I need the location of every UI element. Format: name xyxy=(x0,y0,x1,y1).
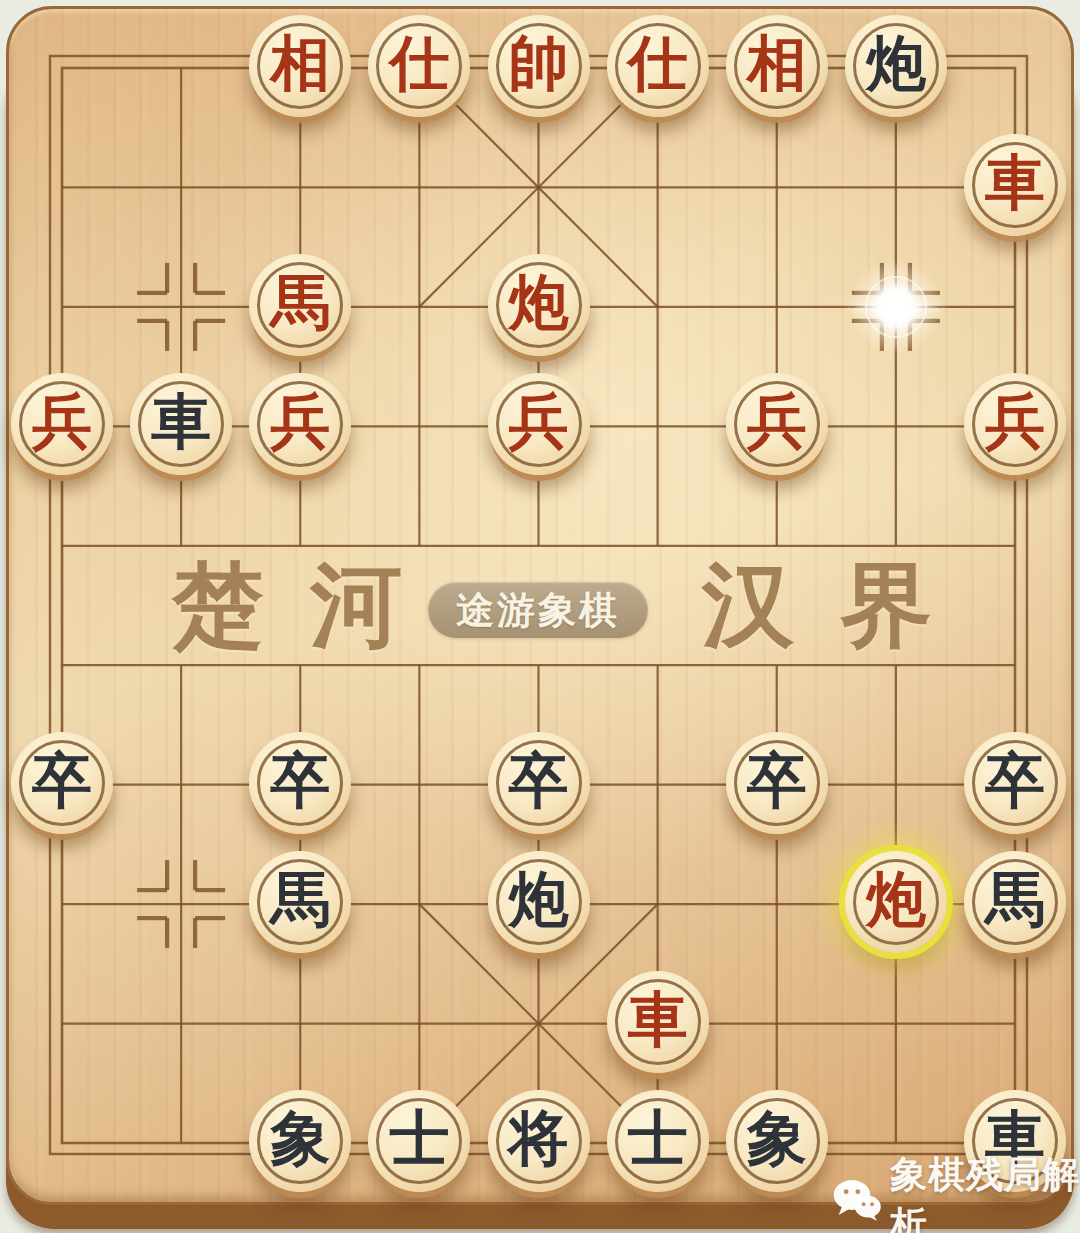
piece-glyph: 相 xyxy=(747,34,807,94)
piece-glyph: 相 xyxy=(270,34,330,94)
piece-glyph: 卒 xyxy=(985,751,1045,811)
piece-black-馬[interactable]: 馬 xyxy=(249,851,351,953)
piece-glyph: 馬 xyxy=(270,870,330,930)
piece-glyph: 象 xyxy=(270,1109,330,1169)
piece-red-兵[interactable]: 兵 xyxy=(11,373,113,475)
app-logo-text: 途游象棋 xyxy=(456,585,620,636)
piece-red-相[interactable]: 相 xyxy=(249,15,351,117)
piece-black-馬[interactable]: 馬 xyxy=(964,851,1066,953)
piece-red-帥[interactable]: 帥 xyxy=(488,15,590,117)
piece-glyph: 炮 xyxy=(866,870,926,930)
piece-glyph: 炮 xyxy=(509,273,569,333)
piece-red-炮[interactable]: 炮 xyxy=(488,254,590,356)
piece-black-士[interactable]: 士 xyxy=(368,1090,470,1192)
piece-black-卒[interactable]: 卒 xyxy=(11,732,113,834)
piece-glyph: 士 xyxy=(628,1109,688,1169)
piece-glyph: 卒 xyxy=(509,751,569,811)
piece-glyph: 卒 xyxy=(747,751,807,811)
piece-black-卒[interactable]: 卒 xyxy=(964,732,1066,834)
piece-glyph: 炮 xyxy=(509,870,569,930)
piece-red-兵[interactable]: 兵 xyxy=(249,373,351,475)
piece-black-将[interactable]: 将 xyxy=(488,1090,590,1192)
piece-red-仕[interactable]: 仕 xyxy=(368,15,470,117)
piece-glyph: 炮 xyxy=(866,34,926,94)
piece-glyph: 兵 xyxy=(270,392,330,452)
piece-glyph: 馬 xyxy=(985,870,1045,930)
piece-glyph: 象 xyxy=(747,1109,807,1169)
piece-glyph: 馬 xyxy=(270,273,330,333)
watermark-text: 象棋残局解析 xyxy=(890,1150,1080,1233)
piece-red-炮[interactable]: 炮 xyxy=(845,851,947,953)
piece-black-卒[interactable]: 卒 xyxy=(249,732,351,834)
wechat-icon xyxy=(832,1174,882,1226)
piece-black-車[interactable]: 車 xyxy=(130,373,232,475)
piece-glyph: 兵 xyxy=(509,392,569,452)
piece-black-卒[interactable]: 卒 xyxy=(488,732,590,834)
river-label-han-jie: 汉界 xyxy=(702,560,978,652)
piece-glyph: 車 xyxy=(151,392,211,452)
piece-glyph: 兵 xyxy=(985,392,1045,452)
piece-glyph: 卒 xyxy=(32,751,92,811)
piece-glyph: 兵 xyxy=(747,392,807,452)
piece-red-車[interactable]: 車 xyxy=(964,134,1066,236)
piece-glyph: 帥 xyxy=(509,34,569,94)
piece-black-象[interactable]: 象 xyxy=(726,1090,828,1192)
piece-glyph: 仕 xyxy=(389,34,449,94)
piece-black-炮[interactable]: 炮 xyxy=(845,15,947,117)
piece-glyph: 車 xyxy=(985,153,1045,213)
piece-black-炮[interactable]: 炮 xyxy=(488,851,590,953)
piece-red-馬[interactable]: 馬 xyxy=(249,254,351,356)
piece-glyph: 卒 xyxy=(270,751,330,811)
piece-glyph: 車 xyxy=(628,990,688,1050)
xiangqi-game-screen: 楚河 途游象棋 汉界 相仕帥仕相炮車馬炮兵車兵兵兵兵卒卒卒卒卒馬炮炮馬車象士将士… xyxy=(0,0,1080,1233)
piece-red-兵[interactable]: 兵 xyxy=(964,373,1066,475)
piece-black-士[interactable]: 士 xyxy=(607,1090,709,1192)
piece-glyph: 将 xyxy=(509,1109,569,1169)
piece-glyph: 兵 xyxy=(32,392,92,452)
river-label-chu-he: 楚河 xyxy=(172,560,448,652)
app-logo-pill: 途游象棋 xyxy=(428,582,648,638)
piece-glyph: 士 xyxy=(389,1109,449,1169)
piece-red-仕[interactable]: 仕 xyxy=(607,15,709,117)
piece-red-相[interactable]: 相 xyxy=(726,15,828,117)
piece-red-兵[interactable]: 兵 xyxy=(488,373,590,475)
watermark: 象棋残局解析 xyxy=(832,1150,1080,1233)
piece-red-車[interactable]: 車 xyxy=(607,971,709,1073)
piece-red-兵[interactable]: 兵 xyxy=(726,373,828,475)
piece-black-卒[interactable]: 卒 xyxy=(726,732,828,834)
piece-black-象[interactable]: 象 xyxy=(249,1090,351,1192)
piece-glyph: 仕 xyxy=(628,34,688,94)
